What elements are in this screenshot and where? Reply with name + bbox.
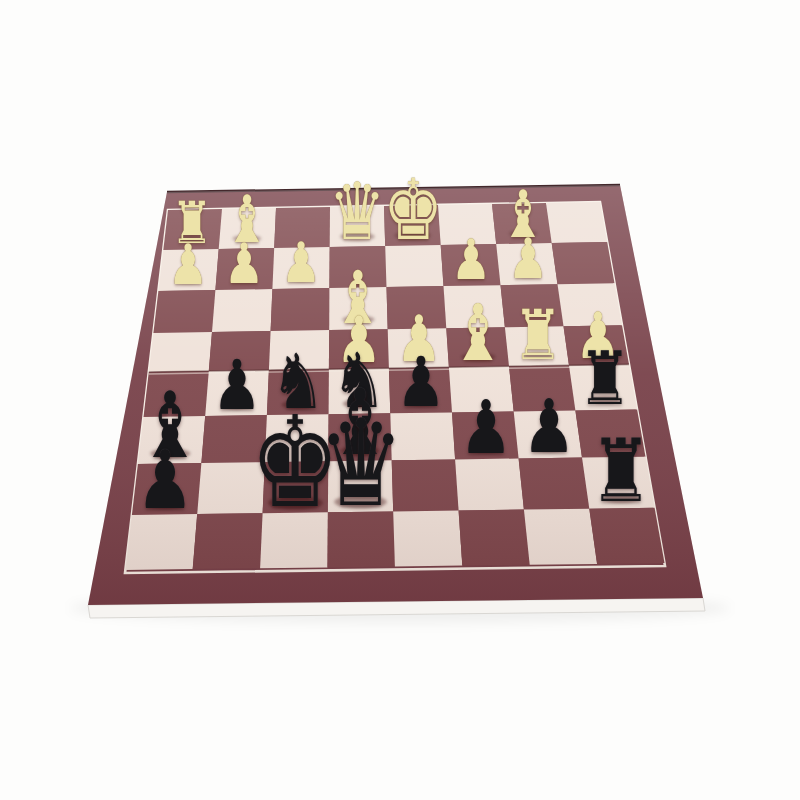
white-pawn[interactable]: ♟ <box>224 236 264 292</box>
black-rook[interactable]: ♜ <box>579 341 632 415</box>
black-pawn[interactable]: ♟ <box>523 389 576 463</box>
white-pawn[interactable]: ♟ <box>508 231 548 287</box>
black-queen[interactable]: ♛ <box>317 404 403 524</box>
black-pawn[interactable]: ♟ <box>136 440 194 521</box>
white-pawn[interactable]: ♟ <box>281 235 321 291</box>
white-queen[interactable]: ♛ <box>329 173 386 252</box>
black-pawn[interactable]: ♟ <box>460 390 513 464</box>
black-rook[interactable]: ♜ <box>590 428 652 515</box>
white-pawn[interactable]: ♟ <box>451 232 491 288</box>
white-bishop[interactable]: ♝ <box>450 294 506 372</box>
photo-scene: ♜♝♛♚♝♟♟♟♟♟♝♟♟♝♜♟♟♞♞♟♜♝♝♟♟♟♚♛♜ <box>0 0 800 800</box>
white-pawn[interactable]: ♟ <box>168 237 208 293</box>
white-king[interactable]: ♚ <box>382 168 442 252</box>
white-rook[interactable]: ♜ <box>513 301 562 370</box>
